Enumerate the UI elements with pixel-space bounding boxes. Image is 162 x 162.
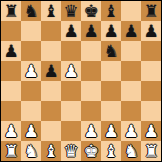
square-e2[interactable]: ♟	[81, 121, 101, 141]
square-a4[interactable]	[1, 81, 21, 101]
square-g8[interactable]	[121, 1, 141, 21]
square-d1[interactable]: ♛	[61, 141, 81, 161]
square-f6[interactable]: ♞	[101, 41, 121, 61]
piece-black-pawn[interactable]: ♟	[143, 21, 158, 41]
square-f7[interactable]: ♟	[101, 21, 121, 41]
square-b4[interactable]	[21, 81, 41, 101]
square-c8[interactable]: ♝	[41, 1, 61, 21]
square-h3[interactable]	[141, 101, 161, 121]
square-f2[interactable]: ♟	[101, 121, 121, 141]
square-d3[interactable]	[61, 101, 81, 121]
piece-white-bishop[interactable]: ♝	[43, 141, 58, 161]
square-g5[interactable]	[121, 61, 141, 81]
piece-black-rook[interactable]: ♜	[3, 1, 18, 21]
piece-white-pawn[interactable]: ♟	[123, 121, 138, 141]
piece-white-pawn[interactable]: ♟	[83, 121, 98, 141]
piece-black-pawn[interactable]: ♟	[83, 21, 98, 41]
square-b6[interactable]	[21, 41, 41, 61]
square-a8[interactable]: ♜	[1, 1, 21, 21]
square-e3[interactable]	[81, 101, 101, 121]
piece-black-pawn[interactable]: ♟	[123, 21, 138, 41]
square-c5[interactable]: ♟	[41, 61, 61, 81]
square-g3[interactable]	[121, 101, 141, 121]
piece-white-pawn[interactable]: ♟	[3, 121, 18, 141]
square-h4[interactable]	[141, 81, 161, 101]
square-b7[interactable]	[21, 21, 41, 41]
square-e7[interactable]: ♟	[81, 21, 101, 41]
square-f8[interactable]: ♝	[101, 1, 121, 21]
square-d2[interactable]	[61, 121, 81, 141]
square-h7[interactable]: ♟	[141, 21, 161, 41]
square-b2[interactable]: ♟	[21, 121, 41, 141]
square-b3[interactable]	[21, 101, 41, 121]
piece-white-pawn[interactable]: ♟	[63, 61, 78, 81]
square-g2[interactable]: ♟	[121, 121, 141, 141]
piece-white-pawn[interactable]: ♟	[103, 121, 118, 141]
square-b1[interactable]: ♞	[21, 141, 41, 161]
square-a2[interactable]: ♟	[1, 121, 21, 141]
piece-black-pawn[interactable]: ♟	[103, 21, 118, 41]
square-b5[interactable]: ♟	[21, 61, 41, 81]
square-d4[interactable]	[61, 81, 81, 101]
square-e6[interactable]	[81, 41, 101, 61]
square-g7[interactable]: ♟	[121, 21, 141, 41]
square-f3[interactable]	[101, 101, 121, 121]
square-h2[interactable]: ♟	[141, 121, 161, 141]
square-c7[interactable]	[41, 21, 61, 41]
square-f5[interactable]	[101, 61, 121, 81]
square-b8[interactable]: ♞	[21, 1, 41, 21]
square-h5[interactable]	[141, 61, 161, 81]
square-a6[interactable]: ♟	[1, 41, 21, 61]
square-a1[interactable]: ♜	[1, 141, 21, 161]
square-e5[interactable]	[81, 61, 101, 81]
piece-white-knight[interactable]: ♞	[123, 141, 138, 161]
square-e8[interactable]: ♚	[81, 1, 101, 21]
piece-black-knight[interactable]: ♞	[103, 41, 118, 61]
square-a5[interactable]	[1, 61, 21, 81]
square-a3[interactable]	[1, 101, 21, 121]
square-d7[interactable]: ♟	[61, 21, 81, 41]
square-d5[interactable]: ♟	[61, 61, 81, 81]
square-c6[interactable]	[41, 41, 61, 61]
square-d6[interactable]	[61, 41, 81, 61]
square-g6[interactable]	[121, 41, 141, 61]
piece-black-queen[interactable]: ♛	[63, 1, 78, 21]
piece-black-bishop[interactable]: ♝	[43, 1, 58, 21]
piece-black-pawn[interactable]: ♟	[63, 21, 78, 41]
chess-board: ♜♞♝♛♚♝♜♟♟♟♟♟♟♞♟♟♟♟♟♟♟♟♟♜♞♝♛♚♝♞♜	[0, 0, 162, 162]
piece-black-king[interactable]: ♚	[83, 1, 98, 21]
square-c2[interactable]	[41, 121, 61, 141]
square-e4[interactable]	[81, 81, 101, 101]
square-h8[interactable]: ♜	[141, 1, 161, 21]
piece-black-pawn[interactable]: ♟	[43, 61, 58, 81]
piece-black-rook[interactable]: ♜	[143, 1, 158, 21]
piece-white-bishop[interactable]: ♝	[103, 141, 118, 161]
piece-black-bishop[interactable]: ♝	[103, 1, 118, 21]
square-f1[interactable]: ♝	[101, 141, 121, 161]
piece-white-pawn[interactable]: ♟	[23, 61, 38, 81]
square-f4[interactable]	[101, 81, 121, 101]
piece-white-knight[interactable]: ♞	[23, 141, 38, 161]
square-h1[interactable]: ♜	[141, 141, 161, 161]
piece-white-king[interactable]: ♚	[83, 141, 98, 161]
square-g4[interactable]	[121, 81, 141, 101]
piece-white-pawn[interactable]: ♟	[143, 121, 158, 141]
square-a7[interactable]	[1, 21, 21, 41]
square-g1[interactable]: ♞	[121, 141, 141, 161]
piece-white-queen[interactable]: ♛	[63, 141, 78, 161]
square-c4[interactable]	[41, 81, 61, 101]
piece-black-knight[interactable]: ♞	[23, 1, 38, 21]
square-c3[interactable]	[41, 101, 61, 121]
piece-white-pawn[interactable]: ♟	[23, 121, 38, 141]
square-h6[interactable]	[141, 41, 161, 61]
square-c1[interactable]: ♝	[41, 141, 61, 161]
piece-white-rook[interactable]: ♜	[143, 141, 158, 161]
piece-white-rook[interactable]: ♜	[3, 141, 18, 161]
piece-black-pawn[interactable]: ♟	[3, 41, 18, 61]
square-e1[interactable]: ♚	[81, 141, 101, 161]
square-d8[interactable]: ♛	[61, 1, 81, 21]
